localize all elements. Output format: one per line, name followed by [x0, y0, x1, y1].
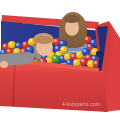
boy-hand: [0, 61, 8, 68]
ball-pit-product-photo: 4-kidsparts.com: [0, 0, 120, 120]
watermark-text: 4-kidsparts.com: [62, 101, 100, 107]
boy-hair-fringe: [35, 36, 53, 44]
